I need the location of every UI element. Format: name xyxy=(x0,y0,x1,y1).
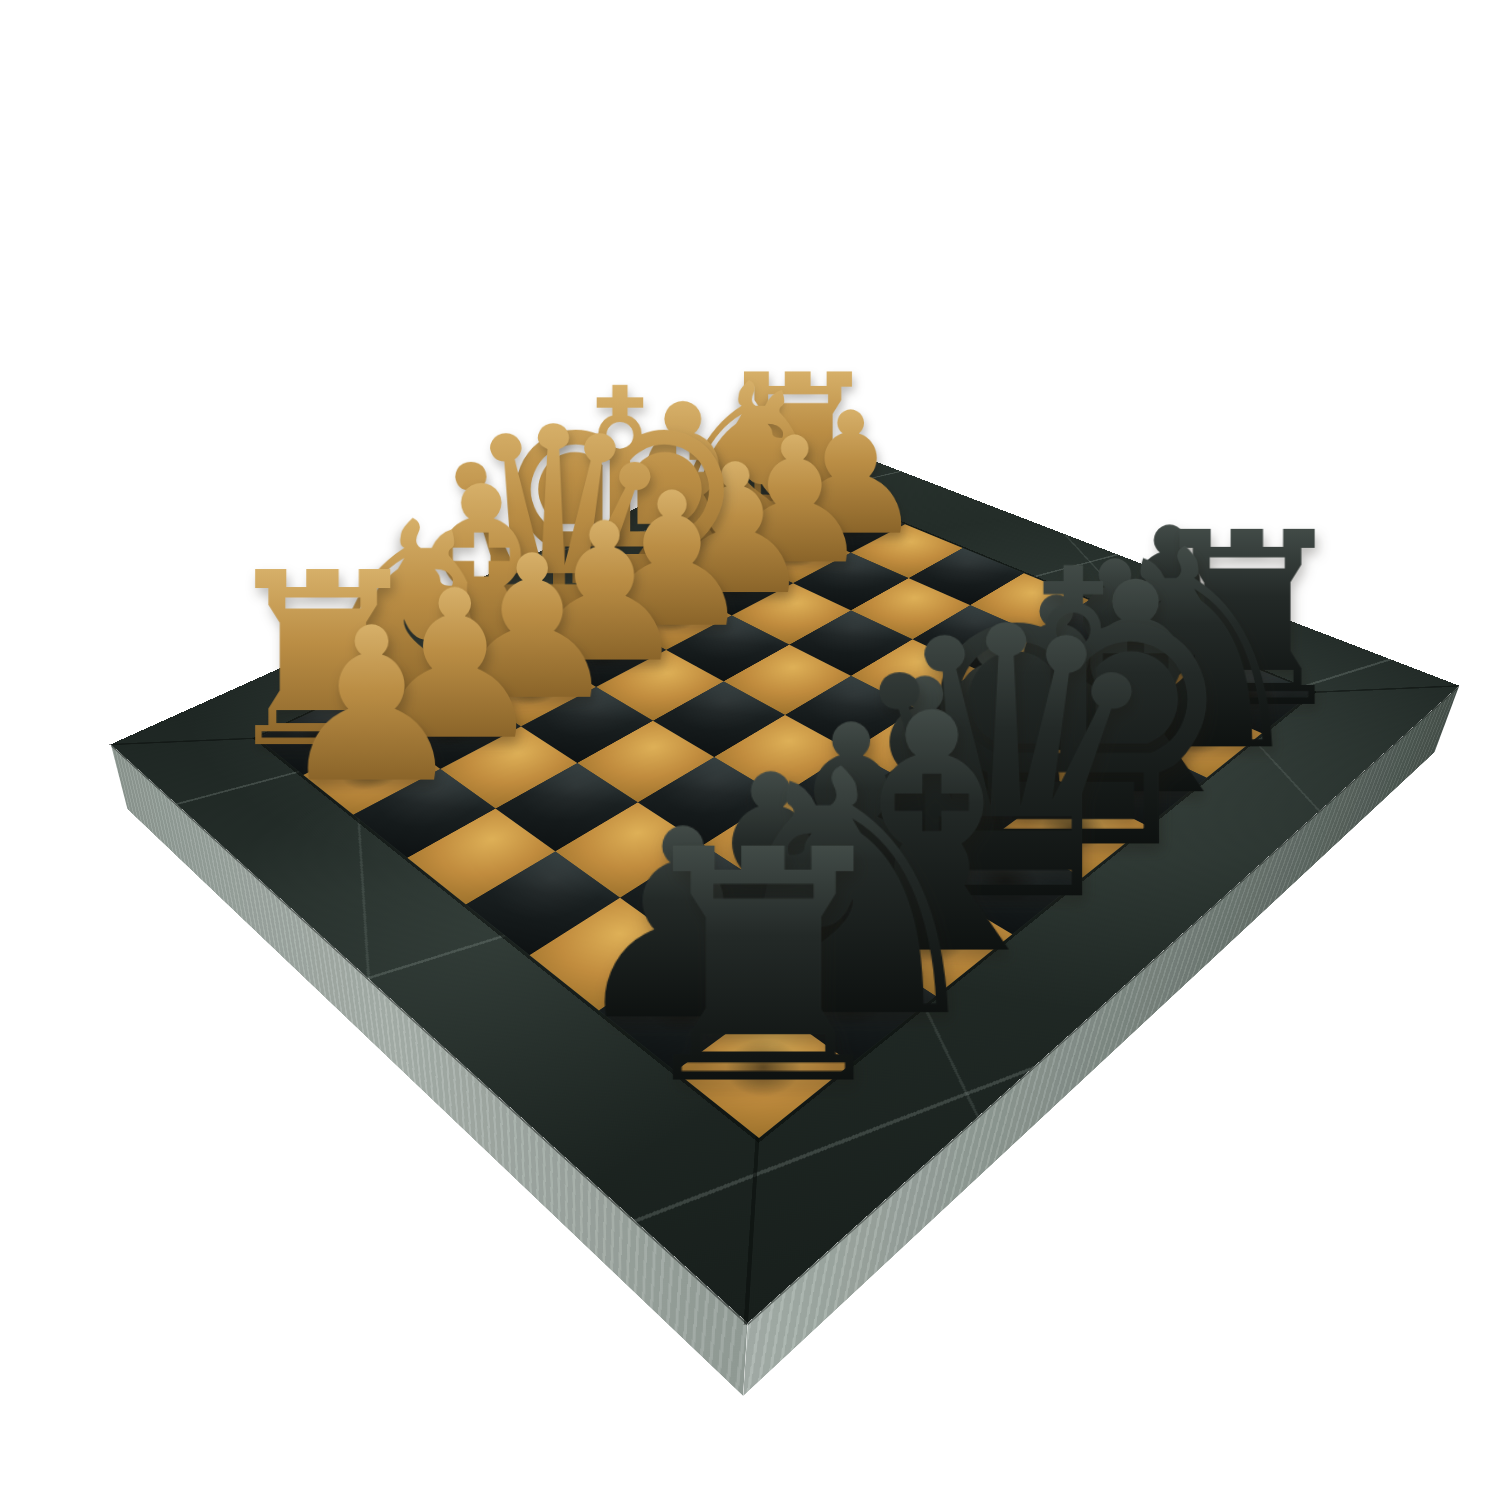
square-a8: ♜ xyxy=(675,1003,851,1138)
square-a2: ♟ xyxy=(303,732,440,815)
product-photo: ♜♟♟♜♞♟♟♞♝♟♟♝♚♟♟♚♛♟♟♛♝♟♟♝♞♟♟♞♜♟♟♜ xyxy=(0,0,1512,1512)
border-miter-seam xyxy=(743,1134,759,1324)
chess-board: ♜♟♟♜♞♟♟♞♝♟♟♝♚♟♟♚♛♟♟♛♝♟♟♝♞♟♟♞♜♟♟♜ xyxy=(111,433,1459,1323)
board-scene: ♜♟♟♜♞♟♟♞♝♟♟♝♚♟♟♚♛♟♟♛♝♟♟♝♞♟♟♞♜♟♟♜ xyxy=(279,220,1291,1211)
piece-black-rook-a8: ♜ xyxy=(620,808,907,1129)
